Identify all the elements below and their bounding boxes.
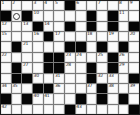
white-cell-r10c5[interactable]: 41 (44, 94, 54, 103)
clue-number-2: 2 (12, 1, 15, 6)
black-cell-r8c2 (12, 74, 22, 83)
crossword-grid: 1234567891011121314151617181920212223242… (0, 0, 140, 115)
clue-number-29: 29 (119, 63, 124, 68)
white-cell-r2c2[interactable] (12, 11, 22, 20)
clue-number-34: 34 (2, 84, 7, 89)
clue-number-36: 36 (55, 84, 60, 89)
white-cell-r10c2[interactable] (12, 94, 22, 103)
white-cell-r5c9[interactable] (87, 42, 97, 51)
white-cell-r9c2[interactable]: 35 (12, 84, 22, 93)
white-cell-r8c5[interactable] (44, 74, 54, 83)
black-cell-r7c6 (54, 63, 64, 72)
white-cell-r8c1[interactable] (1, 74, 11, 83)
white-cell-r9c7[interactable] (65, 84, 75, 93)
white-cell-r4c11[interactable]: 19 (108, 32, 118, 41)
white-cell-r7c7[interactable]: 28 (65, 63, 75, 72)
white-cell-r9c11[interactable]: 38 (108, 84, 118, 93)
clue-number-32: 32 (98, 74, 103, 79)
clue-number-14: 14 (44, 22, 49, 27)
white-cell-r6c12[interactable]: 26 (119, 53, 129, 62)
black-cell-r2c9 (87, 11, 97, 20)
black-cell-r2c11 (108, 11, 118, 20)
white-cell-r2c6[interactable] (54, 11, 64, 20)
clue-number-12: 12 (2, 22, 7, 27)
white-cell-r10c13[interactable] (129, 94, 139, 103)
white-cell-r11c5[interactable] (44, 105, 54, 114)
white-cell-r3c2[interactable] (12, 22, 22, 31)
white-cell-r1c8[interactable]: 6 (76, 1, 86, 10)
black-cell-r5c2 (12, 42, 22, 51)
clue-number-35: 35 (12, 84, 17, 89)
white-cell-r8c6[interactable]: 31 (54, 74, 64, 83)
clue-number-16: 16 (34, 32, 39, 37)
white-cell-r4c1[interactable]: 15 (1, 32, 11, 41)
black-cell-r4c5 (44, 32, 54, 41)
white-cell-r4c3[interactable] (22, 32, 32, 41)
white-cell-r7c3[interactable]: 27 (22, 63, 32, 72)
clue-number-19: 19 (108, 32, 113, 37)
white-cell-r7c13[interactable] (129, 63, 139, 72)
clue-number-27: 27 (23, 63, 28, 68)
black-cell-r8c13 (129, 74, 139, 83)
white-cell-r11c12[interactable] (119, 105, 129, 114)
clue-number-31: 31 (55, 74, 60, 79)
clue-number-9: 9 (130, 1, 133, 6)
clue-number-25: 25 (98, 53, 103, 58)
white-cell-r10c6[interactable] (54, 94, 64, 103)
black-cell-r1c7 (65, 1, 75, 10)
white-cell-r6c9[interactable] (87, 53, 97, 62)
white-cell-r6c13[interactable] (129, 53, 139, 62)
clue-number-28: 28 (66, 63, 71, 68)
white-cell-r11c10[interactable] (97, 105, 107, 114)
white-cell-r11c4[interactable] (33, 105, 43, 114)
white-cell-r11c9[interactable] (87, 105, 97, 114)
white-cell-r7c12[interactable]: 29 (119, 63, 129, 72)
black-cell-r9c5 (44, 84, 54, 93)
clue-number-38: 38 (108, 84, 113, 89)
white-cell-r6c4[interactable] (33, 53, 43, 62)
white-cell-r10c11[interactable] (108, 94, 118, 103)
white-cell-r9c8[interactable] (76, 84, 86, 93)
clue-number-39: 39 (130, 84, 135, 89)
clue-number-4: 4 (44, 1, 47, 6)
clue-number-26: 26 (119, 53, 124, 58)
clue-number-15: 15 (2, 32, 7, 37)
black-cell-r7c9 (87, 63, 97, 72)
clue-number-18: 18 (87, 32, 92, 37)
white-cell-r4c10[interactable] (97, 32, 107, 41)
black-cell-r9c10 (97, 84, 107, 93)
clue-number-22: 22 (2, 53, 7, 58)
white-cell-r7c4[interactable] (33, 63, 43, 72)
white-cell-r9c9[interactable]: 37 (87, 84, 97, 93)
white-cell-r6c8[interactable]: 24 (76, 53, 86, 62)
clue-number-17: 17 (55, 32, 60, 37)
white-cell-r2c13[interactable] (129, 11, 139, 20)
white-cell-r6c1[interactable]: 22 (1, 53, 11, 62)
circle-mark-icon (13, 13, 20, 20)
black-cell-r7c2 (12, 63, 22, 72)
black-cell-r6c6 (54, 53, 64, 62)
clue-number-37: 37 (87, 84, 92, 89)
white-cell-r2c12[interactable]: 11 (119, 11, 129, 20)
clue-number-6: 6 (76, 1, 79, 6)
clue-number-3: 3 (34, 1, 37, 6)
white-cell-r4c4[interactable]: 16 (33, 32, 43, 41)
white-cell-r4c7[interactable] (65, 32, 75, 41)
white-cell-r1c10[interactable]: 7 (97, 1, 107, 10)
white-cell-r7c8[interactable] (76, 63, 86, 72)
white-cell-r11c6[interactable] (54, 105, 64, 114)
black-cell-r3c4 (33, 22, 43, 31)
black-cell-r10c8 (76, 94, 86, 103)
black-cell-r8c9 (87, 74, 97, 83)
clue-number-13: 13 (23, 22, 28, 27)
white-cell-r3c1[interactable]: 12 (1, 22, 11, 31)
white-cell-r11c11[interactable] (108, 105, 118, 114)
white-cell-r5c3[interactable]: 21 (22, 42, 32, 51)
black-cell-r2c1 (1, 11, 11, 20)
white-cell-r5c1[interactable] (1, 42, 11, 51)
white-cell-r11c1[interactable]: 42 (1, 105, 11, 114)
white-cell-r2c10[interactable] (97, 11, 107, 20)
clue-number-30: 30 (34, 74, 39, 79)
white-cell-r1c4[interactable]: 3 (33, 1, 43, 10)
white-cell-r2c4[interactable]: 10 (33, 11, 43, 20)
white-cell-r4c6[interactable]: 17 (54, 32, 64, 41)
black-cell-r3c13 (129, 22, 139, 31)
white-cell-r9c13[interactable]: 39 (129, 84, 139, 93)
clue-number-21: 21 (23, 42, 28, 47)
white-cell-r9c12[interactable] (119, 84, 129, 93)
black-cell-r5c8 (76, 42, 86, 51)
white-cell-r1c12[interactable]: 8 (119, 1, 129, 10)
clue-number-43: 43 (76, 105, 81, 110)
white-cell-r4c2[interactable] (12, 32, 22, 41)
clue-number-11: 11 (119, 11, 124, 16)
white-cell-r1c3[interactable] (22, 1, 32, 10)
white-cell-r4c13[interactable]: 20 (129, 32, 139, 41)
clue-number-33: 33 (108, 74, 113, 79)
white-cell-r7c1[interactable] (1, 63, 11, 72)
black-cell-r11c13 (129, 105, 139, 114)
white-cell-r5c13[interactable] (129, 42, 139, 51)
white-cell-r6c2[interactable] (12, 53, 22, 62)
white-cell-r1c13[interactable]: 9 (129, 1, 139, 10)
white-cell-r1c2[interactable]: 2 (12, 1, 22, 10)
white-cell-r1c9[interactable] (87, 1, 97, 10)
clue-number-40: 40 (34, 94, 39, 99)
black-cell-r7c11 (108, 63, 118, 72)
white-cell-r3c5[interactable]: 14 (44, 22, 54, 31)
white-cell-r9c3[interactable] (22, 84, 32, 93)
black-cell-r3c9 (87, 22, 97, 31)
white-cell-r8c11[interactable]: 33 (108, 74, 118, 83)
clue-number-41: 41 (44, 94, 49, 99)
white-cell-r3c12[interactable] (119, 22, 129, 31)
white-cell-r8c12[interactable] (119, 74, 129, 83)
white-cell-r3c6[interactable] (54, 22, 64, 31)
white-cell-r4c9[interactable]: 18 (87, 32, 97, 41)
black-cell-r6c11 (108, 53, 118, 62)
white-cell-r7c10[interactable] (97, 63, 107, 72)
white-cell-r8c8[interactable] (76, 74, 86, 83)
black-cell-r5c10 (97, 42, 107, 51)
white-cell-r4c12[interactable] (119, 32, 129, 41)
white-cell-r11c2[interactable] (12, 105, 22, 114)
white-cell-r4c8[interactable] (76, 32, 86, 41)
clue-number-23: 23 (66, 53, 71, 58)
clue-number-5: 5 (55, 1, 58, 6)
clue-number-24: 24 (76, 53, 81, 58)
white-cell-r8c10[interactable]: 32 (97, 74, 107, 83)
white-cell-r5c6[interactable] (54, 42, 64, 51)
clue-number-20: 20 (130, 32, 135, 37)
black-cell-r5c7 (65, 42, 75, 51)
black-cell-r6c5 (44, 53, 54, 62)
white-cell-r11c3[interactable] (22, 105, 32, 114)
black-cell-r7c5 (44, 63, 54, 72)
white-cell-r3c3[interactable]: 13 (22, 22, 32, 31)
white-cell-r6c3[interactable] (22, 53, 32, 62)
white-cell-r1c6[interactable]: 5 (54, 1, 64, 10)
clue-number-8: 8 (119, 1, 122, 6)
white-cell-r9c6[interactable]: 36 (54, 84, 64, 93)
white-cell-r10c9[interactable] (87, 94, 97, 103)
white-cell-r10c4[interactable]: 40 (33, 94, 43, 103)
white-cell-r1c1[interactable]: 1 (1, 1, 11, 10)
white-cell-r6c10[interactable]: 25 (97, 53, 107, 62)
black-cell-r10c1 (1, 94, 11, 103)
white-cell-r2c7[interactable] (65, 11, 75, 20)
black-cell-r5c12 (119, 42, 129, 51)
white-cell-r1c5[interactable]: 4 (44, 1, 54, 10)
white-cell-r5c5[interactable] (44, 42, 54, 51)
black-cell-r10c10 (97, 94, 107, 103)
white-cell-r3c8[interactable] (76, 22, 86, 31)
black-cell-r3c11 (108, 22, 118, 31)
white-cell-r6c7[interactable]: 23 (65, 53, 75, 62)
black-cell-r8c3 (22, 74, 32, 83)
black-cell-r10c12 (119, 94, 129, 103)
clue-number-1: 1 (2, 1, 5, 6)
white-cell-r5c4[interactable] (33, 42, 43, 51)
white-cell-r2c8[interactable] (76, 11, 86, 20)
white-cell-r9c1[interactable]: 34 (1, 84, 11, 93)
black-cell-r11c7 (65, 105, 75, 114)
white-cell-r8c7[interactable] (65, 74, 75, 83)
black-cell-r2c3 (22, 11, 32, 20)
white-cell-r2c5[interactable] (44, 11, 54, 20)
clue-number-10: 10 (34, 11, 39, 16)
black-cell-r9c4 (33, 84, 43, 93)
black-cell-r3c7 (65, 22, 75, 31)
white-cell-r10c7[interactable] (65, 94, 75, 103)
white-cell-r5c11[interactable] (108, 42, 118, 51)
black-cell-r10c3 (22, 94, 32, 103)
white-cell-r3c10[interactable] (97, 22, 107, 31)
clue-number-42: 42 (2, 105, 7, 110)
clue-number-7: 7 (98, 1, 101, 6)
white-cell-r11c8[interactable]: 43 (76, 105, 86, 114)
white-cell-r8c4[interactable]: 30 (33, 74, 43, 83)
white-cell-r1c11[interactable] (108, 1, 118, 10)
